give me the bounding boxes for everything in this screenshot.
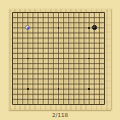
- star-point: [58, 27, 60, 29]
- star-point: [88, 88, 90, 90]
- white-stone-D16: [25, 25, 30, 30]
- last-move-marker: [27, 27, 29, 29]
- star-point: [58, 88, 60, 90]
- star-point: [88, 27, 90, 29]
- go-board[interactable]: [9, 9, 111, 110]
- star-point: [58, 58, 60, 60]
- stone-layer: [10, 10, 107, 107]
- move-counter: 2/118: [0, 111, 120, 119]
- star-point: [27, 58, 29, 60]
- black-stone-R16: [92, 25, 97, 30]
- star-point: [88, 58, 90, 60]
- star-point: [27, 88, 29, 90]
